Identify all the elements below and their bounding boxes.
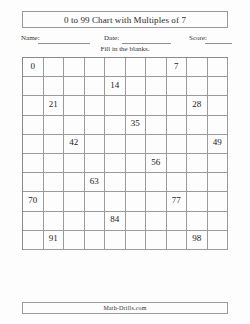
date-label: Date: xyxy=(104,34,119,42)
grid-cell-blank[interactable] xyxy=(208,77,229,96)
grid-cell-blank[interactable] xyxy=(126,154,147,173)
grid-cell-blank[interactable] xyxy=(105,192,126,211)
grid-cell-blank[interactable] xyxy=(208,96,229,115)
grid-cell-filled: 91 xyxy=(44,231,65,250)
grid-cell-blank[interactable] xyxy=(167,231,188,250)
grid-cell-blank[interactable] xyxy=(85,135,106,154)
grid-cell-blank[interactable] xyxy=(167,116,188,135)
grid-cell-blank[interactable] xyxy=(167,96,188,115)
grid-cell-blank[interactable] xyxy=(23,96,44,115)
grid-cell-blank[interactable] xyxy=(146,173,167,192)
grid-cell-blank[interactable] xyxy=(64,77,85,96)
grid-cell-filled: 21 xyxy=(44,96,65,115)
grid-cell-blank[interactable] xyxy=(167,173,188,192)
grid-cell-blank[interactable] xyxy=(85,116,106,135)
grid-cell-blank[interactable] xyxy=(23,116,44,135)
name-label: Name: xyxy=(21,34,40,42)
grid-cell-blank[interactable] xyxy=(126,58,147,77)
grid-cell-filled: 49 xyxy=(208,135,229,154)
grid-cell-blank[interactable] xyxy=(64,154,85,173)
grid-cell-blank[interactable] xyxy=(187,77,208,96)
grid-cell-blank[interactable] xyxy=(146,212,167,231)
grid-cell-blank[interactable] xyxy=(105,231,126,250)
grid-cell-blank[interactable] xyxy=(23,212,44,231)
grid-cell-blank[interactable] xyxy=(208,231,229,250)
grid-cell-blank[interactable] xyxy=(64,116,85,135)
grid-cell-filled: 7 xyxy=(167,58,188,77)
score-field-line[interactable] xyxy=(205,37,232,44)
grid-cell-blank[interactable] xyxy=(167,154,188,173)
worksheet-page: 0 to 99 Chart with Multiples of 7 Name: … xyxy=(0,0,250,324)
grid-cell-blank[interactable] xyxy=(64,58,85,77)
grid-cell-filled: 35 xyxy=(126,116,147,135)
name-field-line[interactable] xyxy=(38,37,90,44)
grid-cell-blank[interactable] xyxy=(44,154,65,173)
grid-cell-blank[interactable] xyxy=(85,96,106,115)
grid-cell-blank[interactable] xyxy=(146,116,167,135)
grid-cell-filled: 14 xyxy=(105,77,126,96)
instruction-text: Fill in the blanks. xyxy=(0,45,250,53)
grid-cell-blank[interactable] xyxy=(64,231,85,250)
grid-cell-blank[interactable] xyxy=(44,192,65,211)
grid-cell-blank[interactable] xyxy=(187,192,208,211)
title-box: 0 to 99 Chart with Multiples of 7 xyxy=(22,11,228,28)
footer-box: Math-Drills.com xyxy=(22,302,228,314)
grid-cell-blank[interactable] xyxy=(44,212,65,231)
grid-cell-filled: 98 xyxy=(187,231,208,250)
grid-cell-filled: 42 xyxy=(64,135,85,154)
grid-cell-blank[interactable] xyxy=(208,58,229,77)
grid-cell-blank[interactable] xyxy=(208,192,229,211)
grid-cell-blank[interactable] xyxy=(44,58,65,77)
grid-cell-blank[interactable] xyxy=(126,212,147,231)
grid-cell-filled: 84 xyxy=(105,212,126,231)
grid-cell-blank[interactable] xyxy=(167,77,188,96)
number-grid: 0714212835424956637077849198 xyxy=(22,57,228,250)
grid-cell-blank[interactable] xyxy=(23,231,44,250)
grid-cell-blank[interactable] xyxy=(85,58,106,77)
grid-cell-blank[interactable] xyxy=(85,231,106,250)
grid-cell-filled: 0 xyxy=(23,58,44,77)
grid-cell-blank[interactable] xyxy=(44,77,65,96)
grid-cell-blank[interactable] xyxy=(208,212,229,231)
grid-cell-blank[interactable] xyxy=(187,173,208,192)
grid-cell-filled: 63 xyxy=(85,173,106,192)
grid-cell-blank[interactable] xyxy=(85,192,106,211)
grid-cell-blank[interactable] xyxy=(105,58,126,77)
grid-cell-blank[interactable] xyxy=(187,212,208,231)
grid-cell-blank[interactable] xyxy=(146,231,167,250)
grid-cell-blank[interactable] xyxy=(146,58,167,77)
grid-cell-blank[interactable] xyxy=(105,96,126,115)
page-title: 0 to 99 Chart with Multiples of 7 xyxy=(64,15,186,25)
grid-cell-blank[interactable] xyxy=(64,192,85,211)
grid-cell-filled: 77 xyxy=(167,192,188,211)
grid-cell-blank[interactable] xyxy=(208,173,229,192)
grid-cell-blank[interactable] xyxy=(187,135,208,154)
grid-cell-blank[interactable] xyxy=(146,135,167,154)
grid-cell-blank[interactable] xyxy=(126,192,147,211)
grid-cell-blank[interactable] xyxy=(23,135,44,154)
grid-cell-blank[interactable] xyxy=(64,96,85,115)
grid-cell-blank[interactable] xyxy=(64,212,85,231)
grid-cell-blank[interactable] xyxy=(126,135,147,154)
grid-cell-blank[interactable] xyxy=(187,116,208,135)
grid-cell-blank[interactable] xyxy=(64,173,85,192)
grid-cell-blank[interactable] xyxy=(187,58,208,77)
grid-cell-blank[interactable] xyxy=(23,77,44,96)
grid-cell-filled: 28 xyxy=(187,96,208,115)
grid-cell-blank[interactable] xyxy=(23,173,44,192)
grid-cell-blank[interactable] xyxy=(44,116,65,135)
grid-cell-blank[interactable] xyxy=(167,212,188,231)
grid-cell-blank[interactable] xyxy=(208,116,229,135)
grid-cell-blank[interactable] xyxy=(105,116,126,135)
grid-cell-blank[interactable] xyxy=(85,77,106,96)
grid-cell-blank[interactable] xyxy=(105,154,126,173)
grid-cell-blank[interactable] xyxy=(85,154,106,173)
grid-cell-blank[interactable] xyxy=(126,231,147,250)
grid-cell-blank[interactable] xyxy=(44,173,65,192)
date-field-line[interactable] xyxy=(122,37,171,44)
grid-cell-blank[interactable] xyxy=(208,154,229,173)
grid-cell-blank[interactable] xyxy=(23,154,44,173)
grid-cell-blank[interactable] xyxy=(85,212,106,231)
grid-cell-blank[interactable] xyxy=(44,135,65,154)
grid-cell-filled: 56 xyxy=(146,154,167,173)
grid-cell-blank[interactable] xyxy=(126,77,147,96)
grid-cell-blank[interactable] xyxy=(167,135,188,154)
grid-cell-blank[interactable] xyxy=(146,192,167,211)
footer-credit: Math-Drills.com xyxy=(103,305,146,311)
grid-cell-blank[interactable] xyxy=(146,96,167,115)
grid-cell-blank[interactable] xyxy=(146,77,167,96)
grid-cell-blank[interactable] xyxy=(187,154,208,173)
grid-cell-blank[interactable] xyxy=(105,135,126,154)
grid-cell-blank[interactable] xyxy=(126,96,147,115)
grid-cell-filled: 70 xyxy=(23,192,44,211)
grid-cell-blank[interactable] xyxy=(105,173,126,192)
grid-cell-blank[interactable] xyxy=(126,173,147,192)
